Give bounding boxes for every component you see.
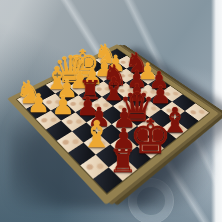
- photo-scene: ♞♟♞♚♟♟♛♟♞♟♟♝♟♟♜♝♟♞♟♟♟♟♛♟♟♝♝♟♚♜: [0, 0, 222, 222]
